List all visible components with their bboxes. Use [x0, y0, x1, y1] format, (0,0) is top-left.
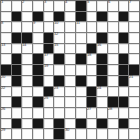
grid-cell[interactable] — [44, 129, 54, 139]
grid-cell[interactable] — [129, 87, 139, 97]
grid-cell[interactable] — [1, 33, 11, 43]
grid-cell[interactable] — [65, 97, 75, 107]
clue-number: 23 — [54, 86, 58, 90]
grid-cell[interactable] — [129, 12, 139, 22]
grid-cell[interactable] — [65, 108, 75, 118]
grid-cell[interactable] — [87, 12, 97, 22]
blocked-cell — [54, 76, 64, 86]
clue-number: 17 — [44, 53, 48, 57]
grid-cell[interactable] — [119, 44, 129, 54]
blocked-cell — [33, 97, 43, 107]
grid-cell[interactable] — [44, 76, 54, 86]
grid-cell[interactable] — [33, 33, 43, 43]
grid-cell[interactable] — [22, 119, 32, 129]
crossword-puzzle: 1234567891011121314151617181920212223242… — [0, 0, 140, 140]
blocked-cell — [97, 33, 107, 43]
grid-cell[interactable] — [65, 22, 75, 32]
blocked-cell — [119, 54, 129, 64]
clue-number: 18 — [87, 53, 91, 57]
blocked-cell — [54, 119, 64, 129]
grid-cell[interactable] — [108, 76, 118, 86]
blocked-cell — [12, 54, 22, 64]
blocked-cell — [44, 44, 54, 54]
grid-cell[interactable]: 4 — [65, 1, 75, 11]
blocked-cell — [108, 97, 118, 107]
clue-number: 5 — [87, 0, 89, 4]
clue-number: 15 — [54, 43, 58, 47]
clue-number: 13 — [1, 43, 5, 47]
grid-cell[interactable] — [65, 87, 75, 97]
grid-cell[interactable]: 20 — [1, 76, 11, 86]
grid-cell[interactable] — [76, 87, 86, 97]
grid-cell[interactable] — [22, 65, 32, 75]
blocked-cell — [33, 54, 43, 64]
grid-cell[interactable] — [97, 97, 107, 107]
blocked-cell — [119, 119, 129, 129]
grid-cell[interactable]: 6 — [108, 1, 118, 11]
grid-cell[interactable] — [33, 44, 43, 54]
grid-cell[interactable] — [65, 12, 75, 22]
grid-cell[interactable] — [108, 87, 118, 97]
grid-cell[interactable] — [119, 1, 129, 11]
grid-cell[interactable]: 21 — [129, 76, 139, 86]
grid-cell[interactable]: 28 — [108, 108, 118, 118]
grid-cell[interactable] — [108, 119, 118, 129]
grid-cell[interactable]: 19 — [44, 65, 54, 75]
clue-number: 16 — [97, 43, 101, 47]
clue-number: 21 — [129, 75, 133, 79]
grid-cell[interactable]: 26 — [1, 108, 11, 118]
blocked-cell — [12, 76, 22, 86]
grid-cell[interactable] — [44, 22, 54, 32]
grid-cell[interactable]: 18 — [87, 54, 97, 64]
blocked-cell — [44, 87, 54, 97]
grid-cell[interactable] — [97, 108, 107, 118]
blocked-cell — [54, 129, 64, 139]
blocked-cell — [97, 119, 107, 129]
grid-cell[interactable]: 8 — [1, 22, 11, 32]
grid-cell[interactable] — [22, 54, 32, 64]
grid-cell[interactable]: 3 — [44, 1, 54, 11]
clue-number: 9 — [33, 21, 35, 25]
grid-cell[interactable]: 14 — [22, 44, 32, 54]
crossword-grid: 1234567891011121314151617181920212223242… — [0, 0, 140, 140]
grid-cell[interactable] — [22, 12, 32, 22]
clue-number: 27 — [87, 107, 91, 111]
grid-cell[interactable] — [65, 44, 75, 54]
blocked-cell — [12, 119, 22, 129]
clue-number: 26 — [1, 107, 5, 111]
blocked-cell — [33, 65, 43, 75]
grid-cell[interactable] — [22, 76, 32, 86]
clue-number: 19 — [44, 64, 48, 68]
grid-cell[interactable] — [44, 12, 54, 22]
grid-cell[interactable] — [108, 33, 118, 43]
grid-cell[interactable] — [65, 76, 75, 86]
blocked-cell — [12, 97, 22, 107]
grid-cell[interactable] — [119, 87, 129, 97]
grid-cell[interactable]: 27 — [87, 108, 97, 118]
grid-cell[interactable]: 7 — [129, 1, 139, 11]
clue-number: 7 — [129, 0, 131, 4]
blocked-cell — [12, 33, 22, 43]
grid-cell[interactable] — [108, 44, 118, 54]
grid-cell[interactable] — [1, 54, 11, 64]
grid-cell[interactable]: 15 — [54, 44, 64, 54]
grid-cell[interactable] — [12, 22, 22, 32]
grid-cell[interactable] — [1, 119, 11, 129]
grid-cell[interactable] — [54, 108, 64, 118]
clue-number: 28 — [108, 107, 112, 111]
clue-number: 22 — [1, 86, 5, 90]
grid-cell[interactable] — [76, 44, 86, 54]
grid-cell[interactable] — [129, 97, 139, 107]
grid-cell[interactable] — [119, 129, 129, 139]
grid-cell[interactable]: 12 — [54, 33, 64, 43]
grid-cell[interactable] — [33, 129, 43, 139]
blocked-cell — [33, 76, 43, 86]
clue-number: 4 — [65, 0, 67, 4]
blocked-cell — [97, 76, 107, 86]
grid-cell[interactable] — [129, 33, 139, 43]
blocked-cell — [76, 54, 86, 64]
blocked-cell — [119, 12, 129, 22]
grid-cell[interactable] — [76, 108, 86, 118]
clue-number: 8 — [1, 21, 3, 25]
grid-cell[interactable] — [87, 76, 97, 86]
grid-cell[interactable] — [129, 44, 139, 54]
blocked-cell — [87, 97, 97, 107]
clue-number: 30 — [65, 128, 69, 132]
grid-cell[interactable] — [65, 65, 75, 75]
grid-cell[interactable] — [12, 129, 22, 139]
grid-cell[interactable]: 29 — [1, 129, 11, 139]
grid-cell[interactable] — [12, 44, 22, 54]
blocked-cell — [97, 54, 107, 64]
blocked-cell — [97, 12, 107, 22]
grid-cell[interactable] — [87, 22, 97, 32]
blocked-cell — [76, 1, 86, 11]
grid-cell[interactable] — [12, 108, 22, 118]
grid-cell[interactable]: 5 — [87, 1, 97, 11]
grid-cell[interactable] — [44, 119, 54, 129]
grid-cell[interactable] — [65, 33, 75, 43]
clue-number: 6 — [108, 0, 110, 4]
grid-cell[interactable] — [87, 119, 97, 129]
grid-cell[interactable]: 24 — [97, 87, 107, 97]
grid-cell[interactable] — [54, 1, 64, 11]
clue-number: 3 — [44, 0, 46, 4]
blocked-cell — [44, 33, 54, 43]
grid-cell[interactable] — [65, 119, 75, 129]
grid-cell[interactable] — [33, 108, 43, 118]
blocked-cell — [33, 12, 43, 22]
grid-cell[interactable] — [129, 129, 139, 139]
blocked-cell — [54, 12, 64, 22]
grid-cell[interactable] — [22, 129, 32, 139]
blocked-cell — [22, 33, 32, 43]
grid-cell[interactable] — [87, 65, 97, 75]
blocked-cell — [97, 65, 107, 75]
blocked-cell — [76, 119, 86, 129]
grid-cell[interactable] — [76, 129, 86, 139]
blocked-cell — [87, 87, 97, 97]
grid-cell[interactable]: 1 — [1, 1, 11, 11]
grid-cell[interactable] — [44, 108, 54, 118]
grid-cell[interactable]: 17 — [44, 54, 54, 64]
clue-number: 24 — [97, 86, 101, 90]
clue-number: 10 — [54, 21, 58, 25]
blocked-cell — [12, 12, 22, 22]
clue-number: 11 — [76, 21, 80, 25]
blocked-cell — [119, 76, 129, 86]
grid-cell[interactable] — [65, 54, 75, 64]
grid-cell[interactable] — [76, 97, 86, 107]
grid-cell[interactable]: 16 — [97, 44, 107, 54]
grid-cell[interactable] — [87, 129, 97, 139]
grid-cell[interactable] — [129, 108, 139, 118]
grid-cell[interactable] — [119, 22, 129, 32]
grid-cell[interactable]: 9 — [33, 22, 43, 32]
grid-cell[interactable] — [22, 22, 32, 32]
blocked-cell — [87, 44, 97, 54]
grid-cell[interactable] — [12, 87, 22, 97]
blocked-cell — [129, 65, 139, 75]
clue-number: 20 — [1, 75, 5, 79]
grid-cell[interactable] — [108, 54, 118, 64]
grid-cell[interactable] — [76, 65, 86, 75]
grid-cell[interactable]: 30 — [65, 129, 75, 139]
grid-cell[interactable] — [22, 87, 32, 97]
grid-cell[interactable]: 22 — [1, 87, 11, 97]
blocked-cell — [119, 97, 129, 107]
clue-number: 2 — [22, 0, 24, 4]
grid-cell[interactable]: 25 — [44, 97, 54, 107]
grid-cell[interactable] — [129, 22, 139, 32]
blocked-cell — [76, 12, 86, 22]
blocked-cell — [12, 65, 22, 75]
clue-number: 25 — [44, 96, 48, 100]
grid-cell[interactable]: 13 — [1, 44, 11, 54]
blocked-cell — [119, 33, 129, 43]
grid-cell[interactable] — [76, 33, 86, 43]
grid-cell[interactable] — [108, 12, 118, 22]
grid-cell[interactable] — [97, 1, 107, 11]
grid-cell[interactable]: 11 — [76, 22, 86, 32]
grid-cell[interactable] — [1, 12, 11, 22]
grid-cell[interactable]: 10 — [54, 22, 64, 32]
grid-cell[interactable]: 23 — [54, 87, 64, 97]
grid-cell[interactable] — [129, 54, 139, 64]
grid-cell[interactable] — [108, 65, 118, 75]
clue-number: 29 — [1, 128, 5, 132]
grid-cell[interactable]: 2 — [22, 1, 32, 11]
grid-cell[interactable] — [54, 97, 64, 107]
clue-number: 14 — [22, 43, 26, 47]
blocked-cell — [33, 119, 43, 129]
blocked-cell — [119, 65, 129, 75]
clue-number: 1 — [1, 0, 3, 4]
grid-cell[interactable] — [33, 1, 43, 11]
blocked-cell — [54, 54, 64, 64]
clue-number: 12 — [54, 32, 58, 36]
grid-cell[interactable] — [97, 129, 107, 139]
grid-cell[interactable] — [97, 22, 107, 32]
grid-cell[interactable] — [33, 87, 43, 97]
grid-cell[interactable] — [1, 97, 11, 107]
grid-cell[interactable] — [12, 1, 22, 11]
grid-cell[interactable] — [54, 65, 64, 75]
grid-cell[interactable] — [108, 129, 118, 139]
grid-cell[interactable] — [22, 108, 32, 118]
grid-cell[interactable] — [129, 119, 139, 129]
grid-cell[interactable] — [22, 97, 32, 107]
grid-cell[interactable] — [119, 108, 129, 118]
grid-cell[interactable] — [87, 33, 97, 43]
grid-cell[interactable] — [108, 22, 118, 32]
blocked-cell — [1, 65, 11, 75]
blocked-cell — [76, 76, 86, 86]
